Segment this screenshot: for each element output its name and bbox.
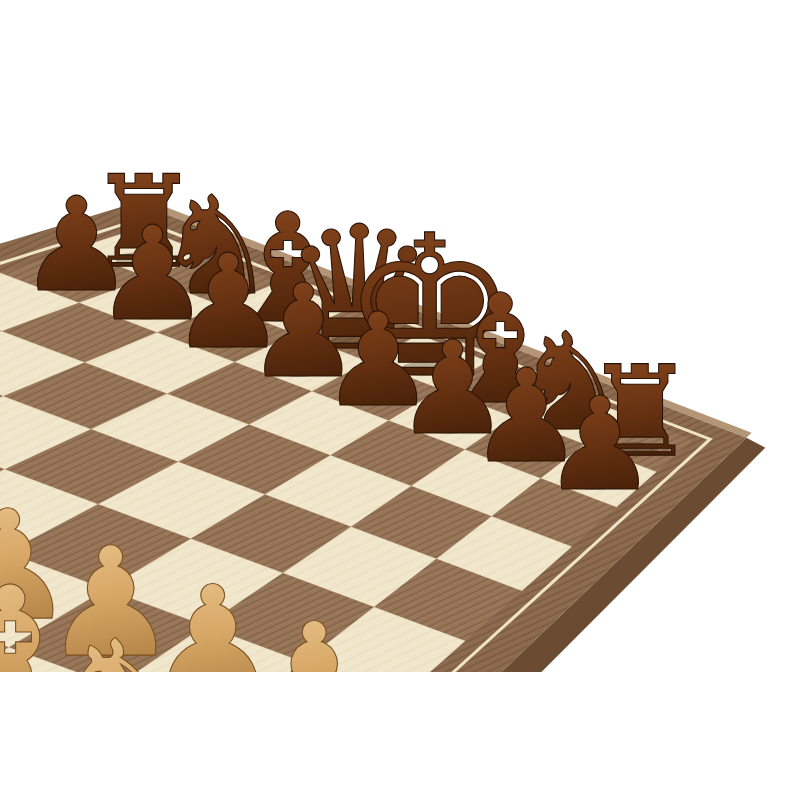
photo-crop-band	[0, 672, 800, 800]
chessboard-photo: ♜♟♞♟♝♟♛♚♟♝♟♞♟♜♟♟♟♟♟♚♟♝♟♞♜	[0, 0, 800, 800]
piece-black-p-h7: ♟	[542, 369, 658, 519]
board-svg: ♜♟♞♟♝♟♛♚♟♝♟♞♟♜♟♟♟♟♟♚♟♝♟♞♜	[0, 0, 800, 800]
